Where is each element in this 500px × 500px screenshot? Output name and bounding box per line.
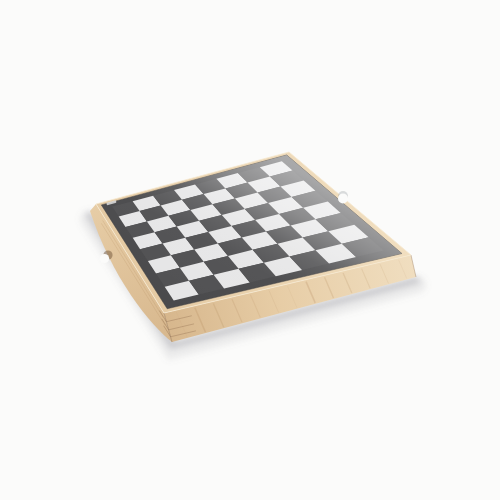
notch-cutout	[100, 254, 109, 263]
notch-cutout	[338, 194, 348, 204]
product-photo-scene	[0, 0, 500, 500]
board-box-photo	[0, 0, 500, 500]
